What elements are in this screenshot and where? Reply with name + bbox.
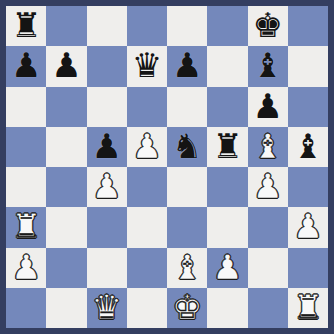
square-g3[interactable] (248, 207, 288, 247)
square-f6[interactable] (207, 87, 247, 127)
piece-black-bishop[interactable]: ♝ (252, 48, 282, 82)
square-a6[interactable] (6, 87, 46, 127)
square-b5[interactable] (46, 127, 86, 167)
square-f5[interactable]: ♜ (207, 127, 247, 167)
square-d2[interactable] (127, 248, 167, 288)
square-h5[interactable]: ♝ (288, 127, 328, 167)
square-a8[interactable]: ♜ (6, 6, 46, 46)
square-f8[interactable] (207, 6, 247, 46)
square-g8[interactable]: ♚ (248, 6, 288, 46)
square-f4[interactable] (207, 167, 247, 207)
piece-white-queen[interactable]: ♛ (91, 290, 121, 324)
piece-black-pawn[interactable]: ♟ (172, 48, 202, 82)
square-d5[interactable]: ♟ (127, 127, 167, 167)
square-d7[interactable]: ♛ (127, 46, 167, 86)
square-c6[interactable] (87, 87, 127, 127)
square-e7[interactable]: ♟ (167, 46, 207, 86)
square-d8[interactable] (127, 6, 167, 46)
chess-board: ♜♚♟♟♛♟♝♟♟♟♞♜♝♝♟♟♜♟♟♝♟♛♚♜ (6, 6, 328, 328)
square-h3[interactable]: ♟ (288, 207, 328, 247)
square-h2[interactable] (288, 248, 328, 288)
square-a3[interactable]: ♜ (6, 207, 46, 247)
piece-black-pawn[interactable]: ♟ (252, 89, 282, 123)
square-e6[interactable] (167, 87, 207, 127)
piece-black-king[interactable]: ♚ (252, 8, 282, 42)
piece-black-pawn[interactable]: ♟ (11, 48, 41, 82)
square-e8[interactable] (167, 6, 207, 46)
square-c3[interactable] (87, 207, 127, 247)
square-g6[interactable]: ♟ (248, 87, 288, 127)
piece-white-pawn[interactable]: ♟ (212, 250, 242, 284)
square-d4[interactable] (127, 167, 167, 207)
square-a5[interactable] (6, 127, 46, 167)
piece-white-bishop[interactable]: ♝ (172, 250, 202, 284)
square-b7[interactable]: ♟ (46, 46, 86, 86)
square-h7[interactable] (288, 46, 328, 86)
piece-black-rook[interactable]: ♜ (11, 8, 41, 42)
piece-black-knight[interactable]: ♞ (172, 129, 202, 163)
square-b6[interactable] (46, 87, 86, 127)
square-h8[interactable] (288, 6, 328, 46)
square-c1[interactable]: ♛ (87, 288, 127, 328)
piece-white-king[interactable]: ♚ (172, 290, 202, 324)
square-h1[interactable]: ♜ (288, 288, 328, 328)
square-f2[interactable]: ♟ (207, 248, 247, 288)
square-f3[interactable] (207, 207, 247, 247)
square-b1[interactable] (46, 288, 86, 328)
square-f1[interactable] (207, 288, 247, 328)
square-a1[interactable] (6, 288, 46, 328)
square-g4[interactable]: ♟ (248, 167, 288, 207)
square-e4[interactable] (167, 167, 207, 207)
square-c7[interactable] (87, 46, 127, 86)
piece-black-queen[interactable]: ♛ (132, 48, 162, 82)
square-e5[interactable]: ♞ (167, 127, 207, 167)
square-a4[interactable] (6, 167, 46, 207)
square-h6[interactable] (288, 87, 328, 127)
piece-white-pawn[interactable]: ♟ (252, 169, 282, 203)
square-a2[interactable]: ♟ (6, 248, 46, 288)
piece-white-pawn[interactable]: ♟ (11, 250, 41, 284)
square-d1[interactable] (127, 288, 167, 328)
square-g1[interactable] (248, 288, 288, 328)
piece-black-pawn[interactable]: ♟ (51, 48, 81, 82)
square-g7[interactable]: ♝ (248, 46, 288, 86)
square-f7[interactable] (207, 46, 247, 86)
piece-white-pawn[interactable]: ♟ (132, 129, 162, 163)
square-a7[interactable]: ♟ (6, 46, 46, 86)
piece-white-rook[interactable]: ♜ (293, 290, 323, 324)
square-e2[interactable]: ♝ (167, 248, 207, 288)
square-b3[interactable] (46, 207, 86, 247)
square-e3[interactable] (167, 207, 207, 247)
piece-black-bishop[interactable]: ♝ (293, 129, 323, 163)
square-e1[interactable]: ♚ (167, 288, 207, 328)
square-b4[interactable] (46, 167, 86, 207)
piece-black-rook[interactable]: ♜ (212, 129, 242, 163)
square-g5[interactable]: ♝ (248, 127, 288, 167)
board-frame: ♜♚♟♟♛♟♝♟♟♟♞♜♝♝♟♟♜♟♟♝♟♛♚♜ (0, 0, 334, 334)
square-c5[interactable]: ♟ (87, 127, 127, 167)
square-b2[interactable] (46, 248, 86, 288)
piece-black-pawn[interactable]: ♟ (91, 129, 121, 163)
square-b8[interactable] (46, 6, 86, 46)
square-c8[interactable] (87, 6, 127, 46)
piece-white-pawn[interactable]: ♟ (293, 209, 323, 243)
square-d3[interactable] (127, 207, 167, 247)
piece-white-rook[interactable]: ♜ (11, 209, 41, 243)
piece-white-pawn[interactable]: ♟ (91, 169, 121, 203)
piece-white-bishop[interactable]: ♝ (252, 129, 282, 163)
square-d6[interactable] (127, 87, 167, 127)
square-c2[interactable] (87, 248, 127, 288)
square-g2[interactable] (248, 248, 288, 288)
square-c4[interactable]: ♟ (87, 167, 127, 207)
square-h4[interactable] (288, 167, 328, 207)
